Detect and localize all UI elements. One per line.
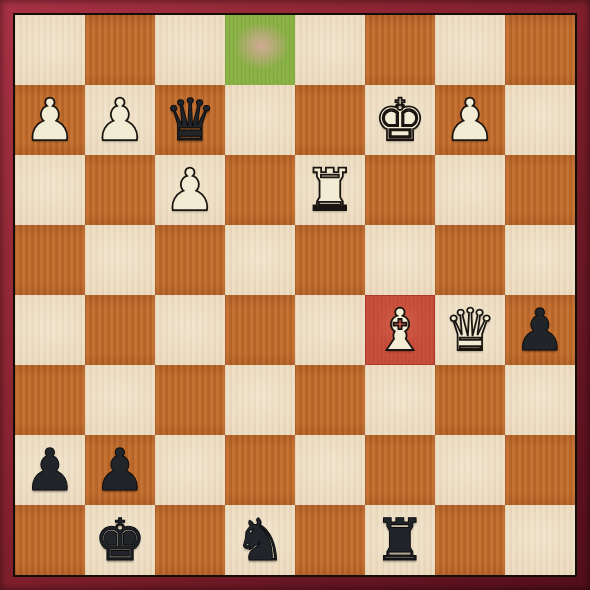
square-b1[interactable]: ♚ — [85, 505, 155, 575]
piece-white-pawn[interactable]: ♟ — [94, 85, 146, 155]
square-b6[interactable] — [85, 155, 155, 225]
piece-white-pawn[interactable]: ♟ — [164, 155, 216, 225]
piece-white-bishop[interactable]: ♝ — [374, 295, 426, 365]
square-a4[interactable] — [15, 295, 85, 365]
square-a7[interactable]: ♟ — [15, 85, 85, 155]
square-f7[interactable]: ♚ — [365, 85, 435, 155]
square-g7[interactable]: ♟ — [435, 85, 505, 155]
square-c8[interactable] — [155, 15, 225, 85]
square-c5[interactable] — [155, 225, 225, 295]
piece-white-pawn[interactable]: ♟ — [444, 85, 496, 155]
square-h3[interactable] — [505, 365, 575, 435]
square-f5[interactable] — [365, 225, 435, 295]
square-e7[interactable] — [295, 85, 365, 155]
square-d2[interactable] — [225, 435, 295, 505]
piece-black-pawn[interactable]: ♟ — [94, 435, 146, 505]
square-b7[interactable]: ♟ — [85, 85, 155, 155]
square-d8[interactable] — [225, 15, 295, 85]
square-c2[interactable] — [155, 435, 225, 505]
square-d6[interactable] — [225, 155, 295, 225]
piece-black-rook[interactable]: ♜ — [374, 505, 426, 575]
square-a1[interactable] — [15, 505, 85, 575]
square-g4[interactable]: ♛ — [435, 295, 505, 365]
square-f8[interactable] — [365, 15, 435, 85]
square-g8[interactable] — [435, 15, 505, 85]
square-f6[interactable] — [365, 155, 435, 225]
piece-black-pawn[interactable]: ♟ — [24, 435, 76, 505]
square-c7[interactable]: ♛ — [155, 85, 225, 155]
square-e1[interactable] — [295, 505, 365, 575]
square-h2[interactable] — [505, 435, 575, 505]
board-frame: ♟♟♛♚♟♟♜♝♛♟♟♟♚♞♜ — [0, 0, 590, 590]
square-g6[interactable] — [435, 155, 505, 225]
piece-black-queen[interactable]: ♛ — [164, 85, 216, 155]
square-b2[interactable]: ♟ — [85, 435, 155, 505]
square-f4[interactable]: ♝ — [365, 295, 435, 365]
square-c6[interactable]: ♟ — [155, 155, 225, 225]
square-a8[interactable] — [15, 15, 85, 85]
square-c4[interactable] — [155, 295, 225, 365]
square-b3[interactable] — [85, 365, 155, 435]
piece-white-rook[interactable]: ♜ — [304, 155, 356, 225]
piece-white-queen[interactable]: ♛ — [444, 295, 496, 365]
square-d7[interactable] — [225, 85, 295, 155]
square-h6[interactable] — [505, 155, 575, 225]
square-f2[interactable] — [365, 435, 435, 505]
piece-black-pawn[interactable]: ♟ — [514, 295, 566, 365]
chess-board: ♟♟♛♚♟♟♜♝♛♟♟♟♚♞♜ — [13, 13, 577, 577]
square-g5[interactable] — [435, 225, 505, 295]
square-d1[interactable]: ♞ — [225, 505, 295, 575]
square-a3[interactable] — [15, 365, 85, 435]
square-d4[interactable] — [225, 295, 295, 365]
square-b4[interactable] — [85, 295, 155, 365]
square-e4[interactable] — [295, 295, 365, 365]
square-h4[interactable]: ♟ — [505, 295, 575, 365]
piece-black-king[interactable]: ♚ — [94, 505, 146, 575]
square-b5[interactable] — [85, 225, 155, 295]
square-h7[interactable] — [505, 85, 575, 155]
square-e2[interactable] — [295, 435, 365, 505]
square-g2[interactable] — [435, 435, 505, 505]
square-h5[interactable] — [505, 225, 575, 295]
square-c1[interactable] — [155, 505, 225, 575]
square-a2[interactable]: ♟ — [15, 435, 85, 505]
square-g3[interactable] — [435, 365, 505, 435]
square-a5[interactable] — [15, 225, 85, 295]
square-f1[interactable]: ♜ — [365, 505, 435, 575]
square-g1[interactable] — [435, 505, 505, 575]
square-e6[interactable]: ♜ — [295, 155, 365, 225]
piece-white-king[interactable]: ♚ — [374, 85, 426, 155]
square-e5[interactable] — [295, 225, 365, 295]
square-h8[interactable] — [505, 15, 575, 85]
square-d3[interactable] — [225, 365, 295, 435]
piece-white-pawn[interactable]: ♟ — [24, 85, 76, 155]
square-c3[interactable] — [155, 365, 225, 435]
square-h1[interactable] — [505, 505, 575, 575]
square-e3[interactable] — [295, 365, 365, 435]
square-d5[interactable] — [225, 225, 295, 295]
square-e8[interactable] — [295, 15, 365, 85]
chessboard-screenshot: ♟♟♛♚♟♟♜♝♛♟♟♟♚♞♜ — [0, 0, 590, 590]
piece-black-knight[interactable]: ♞ — [234, 505, 286, 575]
square-f3[interactable] — [365, 365, 435, 435]
square-b8[interactable] — [85, 15, 155, 85]
square-a6[interactable] — [15, 155, 85, 225]
